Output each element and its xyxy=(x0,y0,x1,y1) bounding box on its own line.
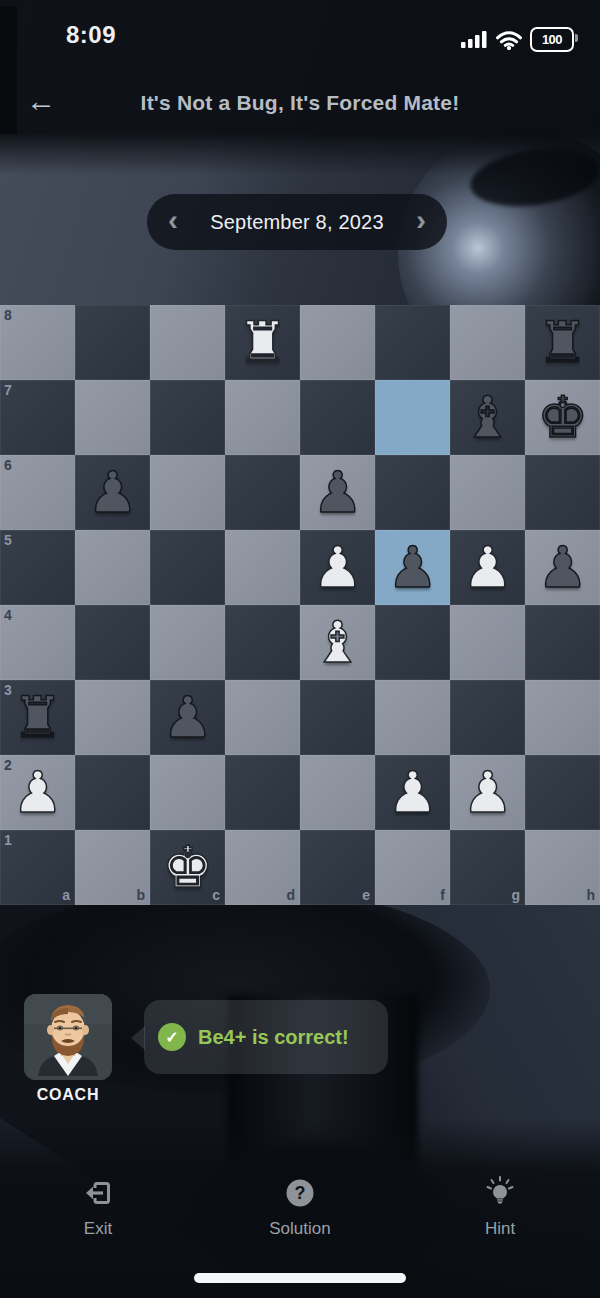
file-label-f: f xyxy=(440,888,445,902)
square-c7[interactable] xyxy=(150,380,225,455)
square-e4[interactable]: ♝ xyxy=(300,605,375,680)
square-b8[interactable] xyxy=(75,305,150,380)
coach-label: COACH xyxy=(10,1086,126,1104)
square-g5[interactable]: ♟ xyxy=(450,530,525,605)
file-label-e: e xyxy=(362,888,370,902)
square-a8[interactable]: 8 xyxy=(0,305,75,380)
white-bishop: ♝ xyxy=(300,605,375,680)
square-d2[interactable] xyxy=(225,755,300,830)
nav-solution-label: Solution xyxy=(269,1219,330,1239)
black-pawn: ♟ xyxy=(150,680,225,755)
square-h7[interactable]: ♚ xyxy=(525,380,600,455)
square-e3[interactable] xyxy=(300,680,375,755)
coach-message: Be4+ is correct! xyxy=(198,1026,349,1049)
square-a3[interactable]: 3♜ xyxy=(0,680,75,755)
square-g4[interactable] xyxy=(450,605,525,680)
square-g8[interactable] xyxy=(450,305,525,380)
nav-solution-button[interactable]: ? Solution xyxy=(240,1176,360,1239)
battery-icon: 100 xyxy=(530,27,574,52)
chess-board: 8♜♜7♝♚6♟♟5♟♟♟♟4♝3♜♟2♟♟♟1abc♚defgh xyxy=(0,305,600,905)
square-f3[interactable] xyxy=(375,680,450,755)
black-bishop: ♝ xyxy=(450,380,525,455)
chevron-right-icon: › xyxy=(416,203,426,236)
square-e6[interactable]: ♟ xyxy=(300,455,375,530)
nav-hint-button[interactable]: Hint xyxy=(440,1176,560,1239)
nav-exit-label: Exit xyxy=(84,1219,112,1239)
square-b3[interactable] xyxy=(75,680,150,755)
square-h2[interactable] xyxy=(525,755,600,830)
file-label-b: b xyxy=(136,888,145,902)
file-label-g: g xyxy=(511,888,520,902)
rank-label-6: 6 xyxy=(4,458,12,472)
square-c5[interactable] xyxy=(150,530,225,605)
home-indicator[interactable] xyxy=(194,1273,406,1283)
black-rook: ♜ xyxy=(525,305,600,380)
date-label: September 8, 2023 xyxy=(199,211,395,234)
square-d5[interactable] xyxy=(225,530,300,605)
square-e1[interactable]: e xyxy=(300,830,375,905)
square-d4[interactable] xyxy=(225,605,300,680)
square-b4[interactable] xyxy=(75,605,150,680)
square-b1[interactable]: b xyxy=(75,830,150,905)
square-c4[interactable] xyxy=(150,605,225,680)
square-f7[interactable] xyxy=(375,380,450,455)
coach-speech-bubble: ✓ Be4+ is correct! xyxy=(144,1000,388,1074)
battery-level: 100 xyxy=(542,32,562,47)
back-button[interactable]: ← xyxy=(26,84,56,118)
lightbulb-icon xyxy=(482,1176,518,1210)
square-g1[interactable]: g xyxy=(450,830,525,905)
prev-date-button[interactable]: ‹ xyxy=(147,194,199,246)
black-king: ♚ xyxy=(525,380,600,455)
page-title: It's Not a Bug, It's Forced Mate! xyxy=(70,91,530,115)
exit-door-icon xyxy=(80,1176,116,1210)
rank-label-4: 4 xyxy=(4,608,12,622)
date-navigator: ‹ September 8, 2023 › xyxy=(147,194,447,250)
square-f5[interactable]: ♟ xyxy=(375,530,450,605)
square-b5[interactable] xyxy=(75,530,150,605)
square-a7[interactable]: 7 xyxy=(0,380,75,455)
white-pawn: ♟ xyxy=(450,530,525,605)
file-label-a: a xyxy=(62,888,70,902)
black-rook: ♜ xyxy=(0,680,75,755)
white-pawn: ♟ xyxy=(300,530,375,605)
white-pawn: ♟ xyxy=(375,755,450,830)
square-b2[interactable] xyxy=(75,755,150,830)
next-date-button[interactable]: › xyxy=(395,194,447,246)
square-h6[interactable] xyxy=(525,455,600,530)
rank-label-1: 1 xyxy=(4,833,12,847)
square-d8[interactable]: ♜ xyxy=(225,305,300,380)
chevron-left-icon: ‹ xyxy=(168,203,178,236)
nav-hint-label: Hint xyxy=(485,1219,515,1239)
file-label-h: h xyxy=(586,888,595,902)
puzzle-screen: 8:09 100 ← It's Not a Bug, It's Forced M… xyxy=(0,0,600,1298)
cellular-signal-icon xyxy=(461,30,488,49)
wifi-icon xyxy=(496,30,522,50)
back-arrow-icon: ← xyxy=(26,84,56,117)
rank-label-8: 8 xyxy=(4,308,12,322)
square-f6[interactable] xyxy=(375,455,450,530)
square-d6[interactable] xyxy=(225,455,300,530)
white-pawn: ♟ xyxy=(0,755,75,830)
square-g7[interactable]: ♝ xyxy=(450,380,525,455)
file-label-d: d xyxy=(286,888,295,902)
white-king: ♚ xyxy=(150,830,225,905)
rank-label-7: 7 xyxy=(4,383,12,397)
square-g2[interactable]: ♟ xyxy=(450,755,525,830)
coach-avatar xyxy=(24,994,112,1080)
black-pawn: ♟ xyxy=(300,455,375,530)
square-g3[interactable] xyxy=(450,680,525,755)
square-a2[interactable]: 2♟ xyxy=(0,755,75,830)
square-c1[interactable]: c♚ xyxy=(150,830,225,905)
square-h3[interactable] xyxy=(525,680,600,755)
white-rook: ♜ xyxy=(225,305,300,380)
square-d1[interactable]: d xyxy=(225,830,300,905)
square-b7[interactable] xyxy=(75,380,150,455)
square-d7[interactable] xyxy=(225,380,300,455)
black-pawn: ♟ xyxy=(75,455,150,530)
status-icons: 100 xyxy=(461,27,574,52)
square-g6[interactable] xyxy=(450,455,525,530)
square-b6[interactable]: ♟ xyxy=(75,455,150,530)
square-f2[interactable]: ♟ xyxy=(375,755,450,830)
square-a4[interactable]: 4 xyxy=(0,605,75,680)
black-pawn: ♟ xyxy=(525,530,600,605)
square-e8[interactable] xyxy=(300,305,375,380)
square-h8[interactable]: ♜ xyxy=(525,305,600,380)
square-c2[interactable] xyxy=(150,755,225,830)
square-f4[interactable] xyxy=(375,605,450,680)
square-a5[interactable]: 5 xyxy=(0,530,75,605)
square-f8[interactable] xyxy=(375,305,450,380)
success-check-icon: ✓ xyxy=(158,1023,186,1051)
question-circle-icon: ? xyxy=(282,1176,318,1210)
svg-text:?: ? xyxy=(295,1183,306,1203)
square-e7[interactable] xyxy=(300,380,375,455)
square-f1[interactable]: f xyxy=(375,830,450,905)
square-d3[interactable] xyxy=(225,680,300,755)
rank-label-5: 5 xyxy=(4,533,12,547)
square-c6[interactable] xyxy=(150,455,225,530)
black-pawn: ♟ xyxy=(375,530,450,605)
square-h1[interactable]: h xyxy=(525,830,600,905)
square-c3[interactable]: ♟ xyxy=(150,680,225,755)
square-e2[interactable] xyxy=(300,755,375,830)
status-time: 8:09 xyxy=(66,21,116,49)
square-h5[interactable]: ♟ xyxy=(525,530,600,605)
square-a1[interactable]: 1a xyxy=(0,830,75,905)
white-pawn: ♟ xyxy=(450,755,525,830)
square-h4[interactable] xyxy=(525,605,600,680)
nav-exit-button[interactable]: Exit xyxy=(38,1176,158,1239)
coach-avatar-illustration xyxy=(24,994,112,1080)
square-c8[interactable] xyxy=(150,305,225,380)
square-a6[interactable]: 6 xyxy=(0,455,75,530)
square-e5[interactable]: ♟ xyxy=(300,530,375,605)
